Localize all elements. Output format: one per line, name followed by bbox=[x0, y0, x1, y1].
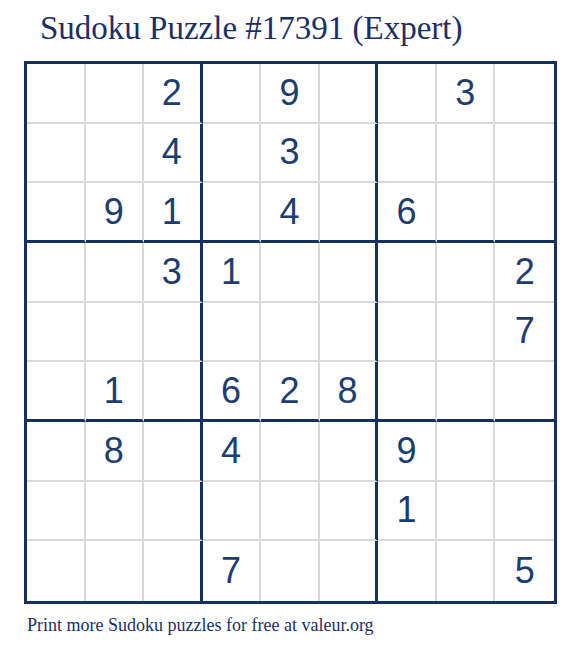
cell-r4c5 bbox=[261, 243, 320, 303]
cell-r5c1 bbox=[27, 303, 86, 363]
cell-r4c6 bbox=[320, 243, 379, 303]
cell-r7c2: 8 bbox=[86, 422, 145, 482]
cell-r9c5 bbox=[261, 541, 320, 601]
cell-r7c8 bbox=[437, 422, 496, 482]
cell-r2c5: 3 bbox=[261, 124, 320, 184]
cell-r9c2 bbox=[86, 541, 145, 601]
cell-r3c6 bbox=[320, 183, 379, 243]
cell-r4c3: 3 bbox=[144, 243, 203, 303]
cell-r2c4 bbox=[203, 124, 262, 184]
cell-r5c4 bbox=[203, 303, 262, 363]
cell-r9c7 bbox=[378, 541, 437, 601]
cell-r8c6 bbox=[320, 482, 379, 542]
cell-r6c2: 1 bbox=[86, 362, 145, 422]
cell-r7c7: 9 bbox=[378, 422, 437, 482]
cell-r9c9: 5 bbox=[495, 541, 554, 601]
cell-r3c1 bbox=[27, 183, 86, 243]
footer-text: Print more Sudoku puzzles for free at va… bbox=[27, 615, 374, 636]
cell-r1c8: 3 bbox=[437, 64, 496, 124]
cell-r2c9 bbox=[495, 124, 554, 184]
cell-r2c3: 4 bbox=[144, 124, 203, 184]
cell-r7c4: 4 bbox=[203, 422, 262, 482]
cell-r5c3 bbox=[144, 303, 203, 363]
cell-r2c2 bbox=[86, 124, 145, 184]
cell-r4c4: 1 bbox=[203, 243, 262, 303]
cell-r6c4: 6 bbox=[203, 362, 262, 422]
cell-r3c5: 4 bbox=[261, 183, 320, 243]
cell-r4c1 bbox=[27, 243, 86, 303]
cell-r1c7 bbox=[378, 64, 437, 124]
cell-r9c1 bbox=[27, 541, 86, 601]
cell-r4c8 bbox=[437, 243, 496, 303]
cell-r3c7: 6 bbox=[378, 183, 437, 243]
cell-r8c5 bbox=[261, 482, 320, 542]
cell-r6c9 bbox=[495, 362, 554, 422]
cell-r1c6 bbox=[320, 64, 379, 124]
cell-r5c5 bbox=[261, 303, 320, 363]
cell-r9c6 bbox=[320, 541, 379, 601]
cell-r8c8 bbox=[437, 482, 496, 542]
cell-r1c2 bbox=[86, 64, 145, 124]
cell-r2c8 bbox=[437, 124, 496, 184]
cell-r3c2: 9 bbox=[86, 183, 145, 243]
cell-r8c4 bbox=[203, 482, 262, 542]
cell-r7c9 bbox=[495, 422, 554, 482]
cell-r2c1 bbox=[27, 124, 86, 184]
cell-r2c7 bbox=[378, 124, 437, 184]
cell-r4c9: 2 bbox=[495, 243, 554, 303]
cell-r6c6: 8 bbox=[320, 362, 379, 422]
cell-r7c3 bbox=[144, 422, 203, 482]
cell-r8c1 bbox=[27, 482, 86, 542]
cell-r1c3: 2 bbox=[144, 64, 203, 124]
cell-r7c6 bbox=[320, 422, 379, 482]
cell-r7c1 bbox=[27, 422, 86, 482]
page-title: Sudoku Puzzle #17391 (Expert) bbox=[40, 10, 463, 47]
cell-r1c4 bbox=[203, 64, 262, 124]
cell-r9c4: 7 bbox=[203, 541, 262, 601]
cell-r4c2 bbox=[86, 243, 145, 303]
sudoku-grid: 29343914631271628849175 bbox=[24, 61, 557, 604]
cell-r3c3: 1 bbox=[144, 183, 203, 243]
sudoku-page: Sudoku Puzzle #17391 (Expert) 2934391463… bbox=[0, 0, 580, 651]
cell-r8c7: 1 bbox=[378, 482, 437, 542]
cell-r9c8 bbox=[437, 541, 496, 601]
cell-r6c5: 2 bbox=[261, 362, 320, 422]
cell-r5c7 bbox=[378, 303, 437, 363]
cell-r2c6 bbox=[320, 124, 379, 184]
cell-r1c9 bbox=[495, 64, 554, 124]
cell-r5c2 bbox=[86, 303, 145, 363]
cell-r6c7 bbox=[378, 362, 437, 422]
cell-r3c8 bbox=[437, 183, 496, 243]
cell-r8c9 bbox=[495, 482, 554, 542]
cell-r5c9: 7 bbox=[495, 303, 554, 363]
cell-r1c5: 9 bbox=[261, 64, 320, 124]
cell-r9c3 bbox=[144, 541, 203, 601]
cell-r3c9 bbox=[495, 183, 554, 243]
cell-r6c8 bbox=[437, 362, 496, 422]
cell-r1c1 bbox=[27, 64, 86, 124]
cell-r8c2 bbox=[86, 482, 145, 542]
cell-r4c7 bbox=[378, 243, 437, 303]
cell-r3c4 bbox=[203, 183, 262, 243]
cell-r6c1 bbox=[27, 362, 86, 422]
cell-r5c6 bbox=[320, 303, 379, 363]
cell-r6c3 bbox=[144, 362, 203, 422]
cell-r8c3 bbox=[144, 482, 203, 542]
cell-r7c5 bbox=[261, 422, 320, 482]
cell-r5c8 bbox=[437, 303, 496, 363]
